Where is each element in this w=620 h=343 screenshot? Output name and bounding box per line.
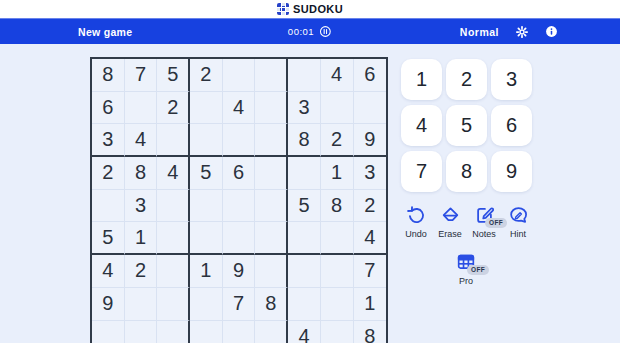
sudoku-board: 8752466243348292845613358251442197978148: [90, 57, 388, 343]
board-cell-r6c6[interactable]: [255, 222, 288, 255]
app-header: SUDOKU: [0, 0, 620, 18]
numpad-key-3[interactable]: 3: [491, 59, 532, 100]
board-cell-r6c5[interactable]: [223, 222, 256, 255]
board-cell-r9c1[interactable]: [92, 321, 125, 343]
board-cell-r2c2[interactable]: [125, 92, 158, 125]
board-cell-r7c8[interactable]: [321, 255, 354, 288]
numpad-key-7[interactable]: 7: [401, 151, 442, 192]
board-cell-r7c2[interactable]: 2: [125, 255, 158, 288]
board-cell-r2c5[interactable]: 4: [223, 92, 256, 125]
board-cell-r4c1[interactable]: 2: [92, 157, 125, 190]
board-cell-r8c5[interactable]: 7: [223, 288, 256, 321]
pro-label: Pro: [459, 276, 473, 286]
settings-gear-icon[interactable]: [515, 25, 529, 39]
difficulty-selector[interactable]: Normal: [460, 26, 499, 38]
notes-button[interactable]: OFF Notes: [467, 204, 501, 239]
board-cell-r5c5[interactable]: [223, 190, 256, 223]
hint-button[interactable]: Hint: [501, 204, 535, 239]
board-cell-r3c7[interactable]: 8: [288, 124, 321, 157]
game-area: 8752466243348292845613358251442197978148…: [0, 44, 620, 343]
board-cell-r5c7[interactable]: 5: [288, 190, 321, 223]
board-cell-r4c9[interactable]: 3: [354, 157, 387, 190]
board-cell-r2c1[interactable]: 6: [92, 92, 125, 125]
notes-pencil-icon: OFF: [473, 204, 495, 226]
board-cell-r9c2[interactable]: [125, 321, 158, 343]
pause-button[interactable]: [319, 25, 332, 38]
timer-group: 00:01: [288, 25, 332, 38]
board-cell-r7c3[interactable]: [157, 255, 190, 288]
number-pad: 123456789: [401, 59, 532, 192]
board-cell-r5c3[interactable]: [157, 190, 190, 223]
board-cell-r5c9[interactable]: 2: [354, 190, 387, 223]
board-cell-r9c3[interactable]: [157, 321, 190, 343]
board-cell-r8c1[interactable]: 9: [92, 288, 125, 321]
board-cell-r9c7[interactable]: 4: [288, 321, 321, 343]
board-cell-r7c7[interactable]: [288, 255, 321, 288]
board-cell-r5c1[interactable]: [92, 190, 125, 223]
board-cell-r6c2[interactable]: 1: [125, 222, 158, 255]
numpad-key-9[interactable]: 9: [491, 151, 532, 192]
board-cell-r8c3[interactable]: [157, 288, 190, 321]
board-cell-r7c9[interactable]: 7: [354, 255, 387, 288]
board-cell-r6c7[interactable]: [288, 222, 321, 255]
logo-text: SUDOKU: [293, 3, 343, 15]
numpad-key-6[interactable]: 6: [491, 105, 532, 146]
board-cell-r9c4[interactable]: [190, 321, 223, 343]
board-cell-r4c4[interactable]: 5: [190, 157, 223, 190]
notes-label: Notes: [472, 229, 496, 239]
undo-button[interactable]: Undo: [399, 204, 433, 239]
board-cell-r8c7[interactable]: [288, 288, 321, 321]
board-cell-r6c8[interactable]: [321, 222, 354, 255]
hint-bubble-icon: [507, 204, 529, 226]
board-cell-r4c8[interactable]: 1: [321, 157, 354, 190]
eraser-icon: [439, 204, 461, 226]
board-cell-r3c4[interactable]: [190, 124, 223, 157]
board-cell-r7c1[interactable]: 4: [92, 255, 125, 288]
pro-grid-icon: OFF: [455, 251, 477, 273]
board-cell-r4c6[interactable]: [255, 157, 288, 190]
board-cell-r9c6[interactable]: [255, 321, 288, 343]
board-cell-r5c8[interactable]: 8: [321, 190, 354, 223]
board-cell-r3c2[interactable]: 4: [125, 124, 158, 157]
board-cell-r1c5[interactable]: [223, 59, 256, 92]
numpad-key-4[interactable]: 4: [401, 105, 442, 146]
numpad-key-2[interactable]: 2: [446, 59, 487, 100]
board-cell-r5c2[interactable]: 3: [125, 190, 158, 223]
sudoku-logo-icon: [277, 3, 289, 15]
board-cell-r4c7[interactable]: [288, 157, 321, 190]
tool-buttons: Undo Erase OFF Notes: [399, 204, 535, 239]
board-cell-r4c5[interactable]: 6: [223, 157, 256, 190]
notes-off-badge: OFF: [485, 218, 507, 228]
erase-label: Erase: [438, 229, 462, 239]
board-cell-r1c8[interactable]: 4: [321, 59, 354, 92]
info-icon[interactable]: [545, 25, 558, 38]
board-cell-r3c5[interactable]: [223, 124, 256, 157]
board-cell-r8c6[interactable]: 8: [255, 288, 288, 321]
toolbar-right: Normal: [460, 25, 558, 39]
new-game-button[interactable]: New game: [78, 26, 132, 38]
erase-button[interactable]: Erase: [433, 204, 467, 239]
board-cell-r7c6[interactable]: [255, 255, 288, 288]
board-cell-r3c3[interactable]: [157, 124, 190, 157]
board-cell-r8c2[interactable]: [125, 288, 158, 321]
board-cell-r9c5[interactable]: [223, 321, 256, 343]
board-cell-r2c9[interactable]: [354, 92, 387, 125]
board-cell-r1c2[interactable]: 7: [125, 59, 158, 92]
board-cell-r2c6[interactable]: [255, 92, 288, 125]
board-cell-r6c9[interactable]: 4: [354, 222, 387, 255]
board-cell-r6c3[interactable]: [157, 222, 190, 255]
numpad-key-5[interactable]: 5: [446, 105, 487, 146]
board-cell-r5c4[interactable]: [190, 190, 223, 223]
board-cell-r3c6[interactable]: [255, 124, 288, 157]
undo-icon: [405, 204, 427, 226]
board-cell-r1c3[interactable]: 5: [157, 59, 190, 92]
board-cell-r7c4[interactable]: 1: [190, 255, 223, 288]
board-cell-r5c6[interactable]: [255, 190, 288, 223]
undo-label: Undo: [405, 229, 427, 239]
board-cell-r2c4[interactable]: [190, 92, 223, 125]
board-cell-r7c5[interactable]: 9: [223, 255, 256, 288]
numpad-key-8[interactable]: 8: [446, 151, 487, 192]
board-cell-r1c1[interactable]: 8: [92, 59, 125, 92]
board-cell-r2c3[interactable]: 2: [157, 92, 190, 125]
board-cell-r4c3[interactable]: 4: [157, 157, 190, 190]
toolbar: New game 00:01 Normal: [0, 18, 620, 44]
board-cell-r2c7[interactable]: 3: [288, 92, 321, 125]
board-cell-r1c9[interactable]: 6: [354, 59, 387, 92]
board-cell-r2c8[interactable]: [321, 92, 354, 125]
timer-value: 00:01: [288, 26, 314, 37]
board-cell-r3c9[interactable]: 9: [354, 124, 387, 157]
board-cell-r9c9[interactable]: 8: [354, 321, 387, 343]
board-cell-r8c8[interactable]: [321, 288, 354, 321]
board-cell-r1c6[interactable]: [255, 59, 288, 92]
board-cell-r8c9[interactable]: 1: [354, 288, 387, 321]
pro-mode-button[interactable]: OFF Pro: [446, 251, 486, 286]
board-cell-r3c1[interactable]: 3: [92, 124, 125, 157]
board-cell-r3c8[interactable]: 2: [321, 124, 354, 157]
board-cell-r8c4[interactable]: [190, 288, 223, 321]
board-cell-r6c1[interactable]: 5: [92, 222, 125, 255]
board-cell-r4c2[interactable]: 8: [125, 157, 158, 190]
board-cell-r6c4[interactable]: [190, 222, 223, 255]
board-cell-r9c8[interactable]: [321, 321, 354, 343]
board-cell-r1c4[interactable]: 2: [190, 59, 223, 92]
pro-off-badge: OFF: [467, 265, 489, 275]
numpad-key-1[interactable]: 1: [401, 59, 442, 100]
hint-label: Hint: [510, 229, 526, 239]
board-cell-r1c7[interactable]: [288, 59, 321, 92]
